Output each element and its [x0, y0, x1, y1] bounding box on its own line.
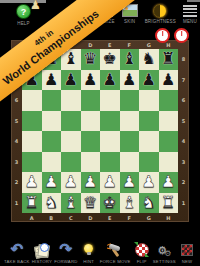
piece-black-p[interactable]: ♟ [103, 72, 117, 88]
square-e1[interactable]: ♚ [100, 193, 120, 214]
file-label: F [120, 215, 140, 221]
bottom-toolbar: ↶ TAKE BACK HISTORY ↷ FORWARD HINT [0, 234, 200, 264]
file-label: E [100, 42, 120, 48]
piece-white-p[interactable]: ♟ [142, 174, 156, 190]
file-label: F [120, 42, 140, 48]
piece-white-q[interactable]: ♛ [83, 195, 97, 211]
square-b5[interactable] [42, 111, 62, 132]
square-b1[interactable]: ♞ [42, 193, 62, 214]
file-label: G [139, 42, 159, 48]
file-label: A [22, 215, 42, 221]
square-d3[interactable] [81, 152, 101, 173]
square-g1[interactable]: ♞ [139, 193, 159, 214]
rank-label: 3 [182, 159, 185, 165]
square-b6[interactable] [42, 90, 62, 111]
square-e2[interactable]: ♟ [100, 172, 120, 193]
square-f3[interactable] [120, 152, 140, 173]
square-c4[interactable] [61, 131, 81, 152]
piece-black-p[interactable]: ♟ [83, 72, 97, 88]
square-d7[interactable]: ♟ [81, 70, 101, 91]
file-label: D [81, 42, 101, 48]
rank-labels-right: 87654321 [178, 49, 189, 213]
rank-label: 1 [15, 200, 18, 206]
piece-white-p[interactable]: ♟ [103, 174, 117, 190]
skin-label: SKIN [124, 19, 135, 24]
gears-icon: ⚙⚙ [157, 241, 171, 258]
rank-label: 3 [15, 159, 18, 165]
piece-white-k[interactable]: ♚ [103, 195, 117, 211]
piece-black-b[interactable]: ♝ [122, 51, 136, 67]
take-back-label: TAKE BACK [4, 259, 30, 264]
square-e4[interactable] [100, 131, 120, 152]
file-labels-bottom: ABCDEFGH [22, 213, 178, 222]
piece-black-k[interactable]: ♚ [103, 51, 117, 67]
piece-white-p[interactable]: ♟ [25, 174, 39, 190]
rank-label: 7 [182, 77, 185, 83]
rank-label: 4 [182, 138, 185, 144]
square-f8[interactable]: ♝ [120, 49, 140, 70]
square-d5[interactable] [81, 111, 101, 132]
square-b3[interactable] [42, 152, 62, 173]
square-h1[interactable]: ♜ [159, 193, 179, 214]
square-a1[interactable]: ♜ [22, 193, 42, 214]
undo-arrow-icon: ↶ [11, 242, 24, 257]
square-c5[interactable] [61, 111, 81, 132]
brightness-label: BRIGHTNESS [145, 19, 176, 24]
square-h2[interactable]: ♟ [159, 172, 179, 193]
settings-label: SETTINGS [153, 259, 176, 264]
file-label: H [159, 215, 179, 221]
square-a3[interactable] [22, 152, 42, 173]
piece-white-p[interactable]: ♟ [44, 174, 58, 190]
rank-label: 4 [15, 138, 18, 144]
square-a6[interactable] [22, 90, 42, 111]
piece-black-p[interactable]: ♟ [44, 72, 58, 88]
square-d4[interactable] [81, 131, 101, 152]
square-h6[interactable] [159, 90, 179, 111]
new-game-button[interactable]: NEW [178, 241, 196, 264]
square-e8[interactable]: ♚ [100, 49, 120, 70]
force-move-button[interactable]: FORCE MOVE [100, 241, 131, 264]
square-g6[interactable] [139, 90, 159, 111]
square-f7[interactable]: ♟ [120, 70, 140, 91]
new-board-icon [181, 244, 193, 256]
rank-label: 5 [15, 118, 18, 124]
file-label: E [100, 215, 120, 221]
square-g3[interactable] [139, 152, 159, 173]
square-e3[interactable] [100, 152, 120, 173]
rank-label: 6 [15, 97, 18, 103]
piece-white-b[interactable]: ♝ [64, 195, 78, 211]
rank-label: 5 [182, 118, 185, 124]
file-label: G [139, 215, 159, 221]
board-grid: ♜♞♝♛♚♝♞♜♟♟♟♟♟♟♟♟♟♟♟♟♟♟♟♟♜♞♝♛♚♝♞♜ [22, 49, 178, 213]
square-g5[interactable] [139, 111, 159, 132]
help-button[interactable]: ? HELP [16, 4, 31, 26]
forward-button[interactable]: ↷ FORWARD [54, 241, 77, 264]
file-label: B [42, 215, 62, 221]
square-a4[interactable] [22, 131, 42, 152]
square-e6[interactable] [100, 90, 120, 111]
piece-black-r[interactable]: ♜ [161, 51, 175, 67]
lightbulb-icon [84, 244, 93, 255]
square-a2[interactable]: ♟ [22, 172, 42, 193]
square-c6[interactable] [61, 90, 81, 111]
piece-black-p[interactable]: ♟ [122, 72, 136, 88]
rank-label: 6 [182, 97, 185, 103]
square-d1[interactable]: ♛ [81, 193, 101, 214]
square-d6[interactable] [81, 90, 101, 111]
piece-white-n[interactable]: ♞ [142, 195, 156, 211]
square-g8[interactable]: ♞ [139, 49, 159, 70]
square-h7[interactable]: ♟ [159, 70, 179, 91]
rank-label: 1 [182, 200, 185, 206]
piece-white-p[interactable]: ♟ [161, 174, 175, 190]
square-g7[interactable]: ♟ [139, 70, 159, 91]
force-move-label: FORCE MOVE [100, 259, 131, 264]
help-icon: ? [16, 4, 31, 19]
square-b4[interactable] [42, 131, 62, 152]
square-b2[interactable]: ♟ [42, 172, 62, 193]
white-clock-icon[interactable] [155, 28, 170, 43]
file-label: C [61, 215, 81, 221]
piece-white-n[interactable]: ♞ [44, 195, 58, 211]
piece-black-b[interactable]: ♝ [64, 51, 78, 67]
menu-icon [183, 5, 197, 17]
rank-label: 2 [182, 179, 185, 185]
piece-white-p[interactable]: ♟ [64, 174, 78, 190]
square-a5[interactable] [22, 111, 42, 132]
piece-black-n[interactable]: ♞ [142, 51, 156, 67]
hammer-icon [107, 242, 123, 257]
flip-label: FLIP [137, 259, 147, 264]
flip-button[interactable]: FLIP [133, 241, 151, 264]
brightness-button[interactable]: BRIGHTNESS [145, 4, 176, 24]
forward-label: FORWARD [54, 259, 77, 264]
rank-label: 8 [182, 56, 185, 62]
redo-arrow-icon: ↷ [60, 242, 73, 257]
square-e7[interactable]: ♟ [100, 70, 120, 91]
square-e5[interactable] [100, 111, 120, 132]
chess-app-screen: ? HELP RESIZE SKIN BRIGHTNESS MENU ♟ [0, 0, 200, 266]
hint-label: HINT [83, 259, 94, 264]
history-button[interactable]: HISTORY [32, 241, 52, 264]
help-label: HELP [17, 21, 30, 26]
square-c7[interactable]: ♟ [61, 70, 81, 91]
piece-white-p[interactable]: ♟ [83, 174, 97, 190]
piece-white-b[interactable]: ♝ [122, 195, 136, 211]
square-g2[interactable]: ♟ [139, 172, 159, 193]
black-clock-icon[interactable] [174, 28, 189, 43]
menu-button[interactable]: MENU [183, 4, 197, 24]
new-label: NEW [182, 259, 193, 264]
square-f2[interactable]: ♟ [120, 172, 140, 193]
piece-white-r[interactable]: ♜ [25, 195, 39, 211]
settings-button[interactable]: ⚙⚙ SETTINGS [153, 241, 176, 264]
square-d2[interactable]: ♟ [81, 172, 101, 193]
piece-black-p[interactable]: ♟ [142, 72, 156, 88]
square-h3[interactable] [159, 152, 179, 173]
square-c3[interactable] [61, 152, 81, 173]
menu-label: MENU [183, 19, 197, 24]
history-label: HISTORY [32, 259, 52, 264]
brightness-icon [153, 4, 167, 18]
square-g4[interactable] [139, 131, 159, 152]
piece-black-p[interactable]: ♟ [161, 72, 175, 88]
piece-black-q[interactable]: ♛ [83, 51, 97, 67]
square-h5[interactable] [159, 111, 179, 132]
square-h8[interactable]: ♜ [159, 49, 179, 70]
square-f5[interactable] [120, 111, 140, 132]
rank-label: 2 [15, 179, 18, 185]
square-c2[interactable]: ♟ [61, 172, 81, 193]
file-label: D [81, 215, 101, 221]
piece-white-p[interactable]: ♟ [122, 174, 136, 190]
hint-button[interactable]: HINT [80, 241, 98, 264]
history-notes-icon [34, 243, 49, 257]
square-c1[interactable]: ♝ [61, 193, 81, 214]
piece-white-r[interactable]: ♜ [161, 195, 175, 211]
square-h4[interactable] [159, 131, 179, 152]
square-f4[interactable] [120, 131, 140, 152]
piece-black-p[interactable]: ♟ [64, 72, 78, 88]
square-b7[interactable]: ♟ [42, 70, 62, 91]
square-f1[interactable]: ♝ [120, 193, 140, 214]
take-back-button[interactable]: ↶ TAKE BACK [4, 241, 30, 264]
square-d8[interactable]: ♛ [81, 49, 101, 70]
square-f6[interactable] [120, 90, 140, 111]
history-clock-icon [40, 243, 49, 252]
flip-board-icon [134, 242, 149, 257]
